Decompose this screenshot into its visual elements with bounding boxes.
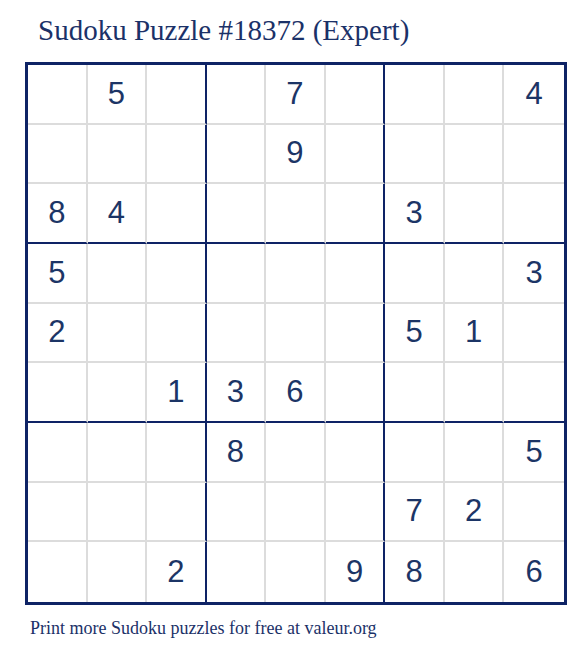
cell-r2c8[interactable] <box>445 125 505 185</box>
cell-r4c7[interactable] <box>385 244 445 304</box>
cell-r7c6[interactable] <box>326 423 386 483</box>
cell-r1c1[interactable] <box>28 65 88 125</box>
cell-r6c4[interactable]: 3 <box>207 363 267 423</box>
cell-r2c5[interactable]: 9 <box>266 125 326 185</box>
cell-r9c8[interactable] <box>445 542 505 602</box>
sudoku-page: Sudoku Puzzle #18372 (Expert) 5749843532… <box>0 0 580 651</box>
cell-r3c2[interactable]: 4 <box>88 184 148 244</box>
cell-r5c1[interactable]: 2 <box>28 304 88 364</box>
sudoku-board: 57498435325113685722986 <box>25 62 567 605</box>
cell-r1c3[interactable] <box>147 65 207 125</box>
cell-r8c3[interactable] <box>147 483 207 543</box>
cell-r3c5[interactable] <box>266 184 326 244</box>
cell-r6c6[interactable] <box>326 363 386 423</box>
cell-r1c8[interactable] <box>445 65 505 125</box>
cell-r5c7[interactable]: 5 <box>385 304 445 364</box>
cell-r6c3[interactable]: 1 <box>147 363 207 423</box>
cell-r4c9[interactable]: 3 <box>504 244 564 304</box>
cell-r5c9[interactable] <box>504 304 564 364</box>
cell-r1c2[interactable]: 5 <box>88 65 148 125</box>
cell-r3c3[interactable] <box>147 184 207 244</box>
cell-r5c4[interactable] <box>207 304 267 364</box>
cell-r8c2[interactable] <box>88 483 148 543</box>
cell-r7c5[interactable] <box>266 423 326 483</box>
cell-r7c8[interactable] <box>445 423 505 483</box>
cell-r6c1[interactable] <box>28 363 88 423</box>
cell-r8c4[interactable] <box>207 483 267 543</box>
cell-r9c7[interactable]: 8 <box>385 542 445 602</box>
cell-r9c2[interactable] <box>88 542 148 602</box>
cell-r4c1[interactable]: 5 <box>28 244 88 304</box>
cell-r2c7[interactable] <box>385 125 445 185</box>
cell-r6c8[interactable] <box>445 363 505 423</box>
cell-r5c6[interactable] <box>326 304 386 364</box>
cell-r9c3[interactable]: 2 <box>147 542 207 602</box>
cell-r2c9[interactable] <box>504 125 564 185</box>
cell-r8c1[interactable] <box>28 483 88 543</box>
cell-r1c4[interactable] <box>207 65 267 125</box>
cell-r9c6[interactable]: 9 <box>326 542 386 602</box>
cell-r6c5[interactable]: 6 <box>266 363 326 423</box>
cell-r9c4[interactable] <box>207 542 267 602</box>
cell-r4c2[interactable] <box>88 244 148 304</box>
cell-r6c7[interactable] <box>385 363 445 423</box>
cell-r7c7[interactable] <box>385 423 445 483</box>
cell-r7c9[interactable]: 5 <box>504 423 564 483</box>
footer-text: Print more Sudoku puzzles for free at va… <box>30 616 377 640</box>
cell-r4c3[interactable] <box>147 244 207 304</box>
cell-r6c2[interactable] <box>88 363 148 423</box>
cell-r8c5[interactable] <box>266 483 326 543</box>
cell-r3c4[interactable] <box>207 184 267 244</box>
cell-r4c8[interactable] <box>445 244 505 304</box>
cell-r8c6[interactable] <box>326 483 386 543</box>
cell-r2c6[interactable] <box>326 125 386 185</box>
cell-r9c1[interactable] <box>28 542 88 602</box>
cell-r5c5[interactable] <box>266 304 326 364</box>
cell-r3c1[interactable]: 8 <box>28 184 88 244</box>
puzzle-title: Sudoku Puzzle #18372 (Expert) <box>38 12 409 48</box>
cell-r3c7[interactable]: 3 <box>385 184 445 244</box>
cell-r9c5[interactable] <box>266 542 326 602</box>
cell-r7c2[interactable] <box>88 423 148 483</box>
cell-r4c6[interactable] <box>326 244 386 304</box>
cell-r4c5[interactable] <box>266 244 326 304</box>
cell-r5c3[interactable] <box>147 304 207 364</box>
cell-r2c2[interactable] <box>88 125 148 185</box>
cell-r1c5[interactable]: 7 <box>266 65 326 125</box>
cell-r1c9[interactable]: 4 <box>504 65 564 125</box>
cell-r1c7[interactable] <box>385 65 445 125</box>
cell-r9c9[interactable]: 6 <box>504 542 564 602</box>
cell-r5c2[interactable] <box>88 304 148 364</box>
cell-r4c4[interactable] <box>207 244 267 304</box>
cell-r2c1[interactable] <box>28 125 88 185</box>
cell-r2c4[interactable] <box>207 125 267 185</box>
cell-r3c8[interactable] <box>445 184 505 244</box>
cell-r3c9[interactable] <box>504 184 564 244</box>
cell-r6c9[interactable] <box>504 363 564 423</box>
cell-r8c9[interactable] <box>504 483 564 543</box>
cell-r2c3[interactable] <box>147 125 207 185</box>
cell-r7c4[interactable]: 8 <box>207 423 267 483</box>
cell-r8c7[interactable]: 7 <box>385 483 445 543</box>
cell-r7c1[interactable] <box>28 423 88 483</box>
cell-r1c6[interactable] <box>326 65 386 125</box>
cell-r3c6[interactable] <box>326 184 386 244</box>
cell-r7c3[interactable] <box>147 423 207 483</box>
cell-r5c8[interactable]: 1 <box>445 304 505 364</box>
cell-r8c8[interactable]: 2 <box>445 483 505 543</box>
